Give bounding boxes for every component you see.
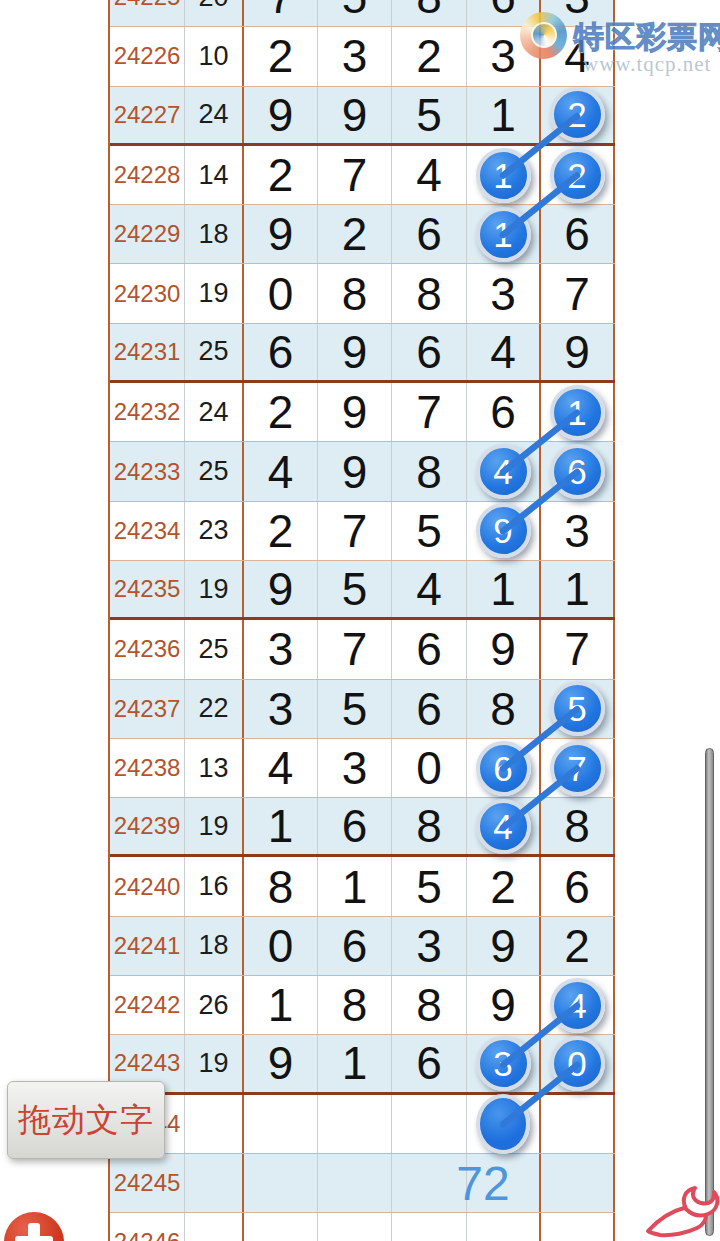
digit-cell: 6 (392, 680, 467, 738)
issue-number: 24234 (110, 502, 185, 560)
chart-row-24226: 242261023234 (110, 27, 615, 86)
digit-cell (318, 1154, 392, 1212)
digit-cell: 6 (541, 205, 615, 263)
stat-value: 18 (185, 205, 244, 263)
chart-row-24229: 242291892616 (110, 205, 615, 264)
digit-cell: 0 (541, 1035, 615, 1091)
digit-cell: 1 (467, 561, 541, 617)
circled-number-marker: 4 (476, 799, 531, 854)
digit-cell: 1 (318, 857, 392, 915)
issue-number: 24240 (110, 857, 185, 915)
digit-cell: 9 (318, 383, 392, 441)
circled-number-marker: 4 (476, 444, 531, 499)
stat-value: 19 (185, 1035, 244, 1091)
digit-cell: 5 (318, 561, 392, 617)
circled-number-marker: 1 (476, 148, 531, 203)
stat-value: 22 (185, 680, 244, 738)
digit-cell: 6 (392, 1035, 467, 1091)
digit-cell: 1 (467, 146, 541, 204)
digit-cell (392, 1213, 467, 1241)
chart-row-24246: 24246 (110, 1213, 615, 1241)
stat-value (185, 1154, 244, 1212)
issue-number: 24226 (110, 27, 185, 85)
digit-cell: 2 (392, 27, 467, 85)
stat-value: 18 (185, 917, 244, 975)
digit-cell: 1 (318, 1035, 392, 1091)
digit-cell: 2 (244, 27, 318, 85)
chart-row-24243: 242431991630 (110, 1035, 615, 1094)
digit-cell: 6 (318, 917, 392, 975)
digit-cell: 6 (467, 0, 541, 26)
digit-cell: 4 (244, 442, 318, 500)
chart-row-24245: 2424572 (110, 1154, 615, 1213)
digit-cell: 9 (467, 620, 541, 678)
digit-cell: 7 (541, 620, 615, 678)
stat-value (185, 1213, 244, 1241)
stat-value (185, 1095, 244, 1153)
chart-row-24244: 24244 (110, 1095, 615, 1154)
digit-cell: 9 (318, 324, 392, 380)
digit-cell: 5 (392, 87, 467, 143)
digit-cell: 5 (392, 502, 467, 560)
digit-cell: 4 (467, 798, 541, 854)
stat-value: 14 (185, 146, 244, 204)
circled-number-marker: 2 (550, 148, 605, 203)
chart-row-24240: 242401681526 (110, 857, 615, 916)
digit-cell: 6 (467, 383, 541, 441)
chart-row-24228: 242281427412 (110, 146, 615, 205)
digit-cell: 7 (392, 383, 467, 441)
circled-number-marker: 2 (550, 87, 605, 142)
digit-cell: 2 (318, 205, 392, 263)
stat-value: 19 (185, 264, 244, 322)
digit-cell: 2 (541, 87, 615, 143)
digit-cell: 8 (318, 264, 392, 322)
digit-cell: 7 (318, 620, 392, 678)
digit-cell: 2 (244, 383, 318, 441)
digit-cell: 1 (244, 798, 318, 854)
pending-dot-marker (476, 1094, 530, 1154)
digit-cell (392, 1095, 467, 1153)
chart-row-24237: 242372235685 (110, 680, 615, 739)
issue-number: 24230 (110, 264, 185, 322)
scrollbar-thumb[interactable] (705, 748, 714, 1236)
digit-cell: 8 (467, 680, 541, 738)
digit-cell: 4 (467, 442, 541, 500)
digit-cell (244, 1095, 318, 1153)
digit-cell: 5 (541, 680, 615, 738)
digit-cell: 1 (467, 205, 541, 263)
circled-number-marker: 7 (550, 741, 605, 796)
issue-number: 24245 (110, 1154, 185, 1212)
digit-cell: 3 (392, 917, 467, 975)
digit-cell: 4 (467, 324, 541, 380)
digit-cell: 2 (244, 502, 318, 560)
chart-row-24239: 242391916848 (110, 798, 615, 857)
issue-number: 24235 (110, 561, 185, 617)
digit-cell: 4 (392, 146, 467, 204)
digit-cell: 7 (318, 502, 392, 560)
digit-cell: 4 (392, 561, 467, 617)
digit-cell: 4 (244, 739, 318, 797)
pushpin-icon[interactable] (642, 1183, 720, 1241)
stat-value: 23 (185, 502, 244, 560)
stat-value: 25 (185, 442, 244, 500)
drag-text-handle[interactable]: 拖动文字 (7, 1081, 165, 1159)
issue-number: 24236 (110, 620, 185, 678)
issue-number: 24242 (110, 976, 185, 1034)
digit-cell: 7 (541, 739, 615, 797)
chart-row-24236: 242362537697 (110, 620, 615, 679)
lottery-trend-chart: 2422520758632422610232342422724995122422… (108, 0, 615, 1241)
chart-row-24234: 242342327593 (110, 502, 615, 561)
stat-value: 19 (185, 561, 244, 617)
digit-cell: 3 (318, 739, 392, 797)
digit-cell: 6 (318, 798, 392, 854)
chart-row-24230: 242301908837 (110, 264, 615, 323)
stat-value: 24 (185, 383, 244, 441)
digit-cell: 6 (392, 205, 467, 263)
stat-value: 26 (185, 976, 244, 1034)
digit-cell (244, 1154, 318, 1212)
issue-number: 24229 (110, 205, 185, 263)
digit-cell: 9 (541, 324, 615, 380)
digit-cell: 3 (467, 27, 541, 85)
circled-number-marker: 4 (550, 978, 605, 1033)
digit-cell: 8 (392, 976, 467, 1034)
digit-cell: 5 (318, 680, 392, 738)
issue-number: 24239 (110, 798, 185, 854)
digit-cell: 7 (318, 146, 392, 204)
issue-number: 24237 (110, 680, 185, 738)
issue-number: 24225 (110, 0, 185, 26)
digit-cell (541, 1213, 615, 1241)
digit-cell: 3 (541, 502, 615, 560)
digit-cell: 9 (467, 502, 541, 560)
chart-row-24233: 242332549846 (110, 442, 615, 501)
digit-cell: 2 (244, 146, 318, 204)
pending-value-label: 72 (456, 1156, 509, 1211)
stat-value: 25 (185, 620, 244, 678)
issue-number: 24238 (110, 739, 185, 797)
stat-value: 25 (185, 324, 244, 380)
digit-cell (467, 1095, 541, 1153)
digit-cell: 9 (467, 917, 541, 975)
stat-value: 10 (185, 27, 244, 85)
digit-cell (318, 1095, 392, 1153)
digit-cell: 4 (541, 976, 615, 1034)
digit-cell: 1 (467, 87, 541, 143)
circled-number-marker: 1 (550, 385, 605, 440)
digit-cell: 9 (244, 561, 318, 617)
digit-cell: 8 (392, 442, 467, 500)
digit-cell (318, 1213, 392, 1241)
digit-cell: 8 (392, 264, 467, 322)
digit-cell: 8 (244, 857, 318, 915)
add-button[interactable] (4, 1212, 64, 1241)
digit-cell: 8 (541, 798, 615, 854)
digit-cell: 0 (244, 264, 318, 322)
digit-cell: 7 (244, 0, 318, 26)
digit-cell: 9 (244, 1035, 318, 1091)
digit-cell: 4 (541, 27, 615, 85)
digit-cell: 8 (318, 976, 392, 1034)
digit-cell: 6 (392, 324, 467, 380)
chart-row-24225: 242252075863 (110, 0, 615, 27)
digit-cell: 9 (244, 87, 318, 143)
chart-row-24235: 242351995411 (110, 561, 615, 620)
digit-cell: 2 (541, 146, 615, 204)
issue-number: 24241 (110, 917, 185, 975)
digit-cell: 6 (392, 620, 467, 678)
stat-value: 24 (185, 87, 244, 143)
digit-cell: 72 (467, 1154, 541, 1212)
digit-cell: 5 (392, 857, 467, 915)
digit-cell: 3 (467, 264, 541, 322)
digit-cell: 3 (244, 620, 318, 678)
chart-row-24241: 242411806392 (110, 917, 615, 976)
digit-cell: 3 (244, 680, 318, 738)
digit-cell (467, 1213, 541, 1241)
chart-row-24242: 242422618894 (110, 976, 615, 1035)
plus-icon (15, 1236, 53, 1241)
digit-cell: 1 (541, 561, 615, 617)
digit-cell (541, 1095, 615, 1153)
digit-cell: 5 (318, 0, 392, 26)
digit-cell (244, 1213, 318, 1241)
issue-number: 24232 (110, 383, 185, 441)
digit-cell: 3 (467, 1035, 541, 1091)
circled-number-marker: 1 (476, 207, 531, 262)
issue-number: 24233 (110, 442, 185, 500)
digit-cell: 2 (467, 857, 541, 915)
digit-cell: 1 (244, 976, 318, 1034)
stat-value: 20 (185, 0, 244, 26)
digit-cell: 6 (541, 442, 615, 500)
issue-number: 24228 (110, 146, 185, 204)
chart-row-24232: 242322429761 (110, 383, 615, 442)
digit-cell: 0 (392, 739, 467, 797)
digit-cell (541, 1154, 615, 1212)
digit-cell: 9 (467, 976, 541, 1034)
stat-value: 16 (185, 857, 244, 915)
circled-number-marker: 0 (550, 1036, 605, 1091)
drag-text-label: 拖动文字 (18, 1098, 154, 1143)
circled-number-marker: 5 (550, 681, 605, 736)
circled-number-marker: 3 (476, 1036, 531, 1091)
circled-number-marker: 6 (550, 444, 605, 499)
circled-number-marker: 6 (476, 741, 531, 796)
issue-number: 24227 (110, 87, 185, 143)
chart-row-24238: 242381343067 (110, 739, 615, 798)
digit-cell: 8 (392, 0, 467, 26)
digit-cell: 1 (541, 383, 615, 441)
digit-cell: 7 (541, 264, 615, 322)
digit-cell: 0 (244, 917, 318, 975)
stat-value: 19 (185, 798, 244, 854)
issue-number: 24246 (110, 1213, 185, 1241)
digit-cell: 6 (244, 324, 318, 380)
digit-cell: 9 (318, 442, 392, 500)
digit-cell: 6 (467, 739, 541, 797)
digit-cell: 3 (318, 27, 392, 85)
chart-row-24227: 242272499512 (110, 87, 615, 146)
stat-value: 13 (185, 739, 244, 797)
digit-cell: 9 (318, 87, 392, 143)
digit-cell: 3 (541, 0, 615, 26)
circled-number-marker: 9 (476, 503, 531, 558)
chart-row-24231: 242312569649 (110, 324, 615, 383)
digit-cell: 8 (392, 798, 467, 854)
digit-cell: 6 (541, 857, 615, 915)
digit-cell: 9 (244, 205, 318, 263)
issue-number: 24231 (110, 324, 185, 380)
digit-cell: 2 (541, 917, 615, 975)
